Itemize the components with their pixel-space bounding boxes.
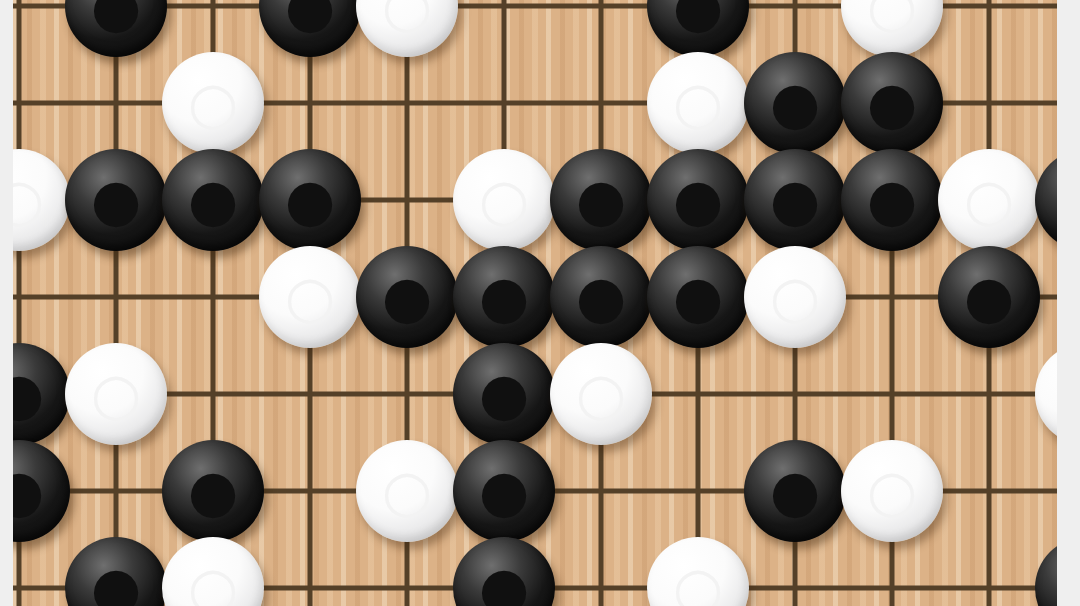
board-intersection[interactable]: ● <box>747 443 844 540</box>
board-intersection[interactable]: ● <box>553 152 650 249</box>
board-intersection[interactable]: ○ <box>844 0 941 55</box>
board-intersection[interactable]: ● <box>262 0 359 55</box>
black-stone: ● <box>841 52 943 154</box>
white-stone: ○ <box>453 149 555 251</box>
board-intersection[interactable]: ● <box>68 152 165 249</box>
black-stone: ● <box>744 52 846 154</box>
board-intersection[interactable] <box>941 443 1038 540</box>
black-stone: ● <box>647 0 749 57</box>
board-intersection[interactable] <box>456 0 553 55</box>
board-intersection[interactable] <box>844 249 941 346</box>
black-stone: ● <box>356 246 458 348</box>
white-stone: ○ <box>259 246 361 348</box>
board-intersection[interactable]: ○ <box>650 55 747 152</box>
white-stone: ○ <box>744 246 846 348</box>
board-intersection[interactable] <box>262 55 359 152</box>
white-stone: ○ <box>647 537 749 606</box>
white-stone: ○ <box>162 537 264 606</box>
board-intersection[interactable] <box>553 0 650 55</box>
board-intersection[interactable] <box>68 55 165 152</box>
black-stone: ● <box>938 246 1040 348</box>
board-intersection[interactable] <box>650 443 747 540</box>
black-stone: ● <box>647 246 749 348</box>
go-app-screen: ●●○●○○○●●○●●●○●●●●○●○●●●●○●●○●○○●●○●●○●○… <box>0 0 1080 606</box>
white-stone: ○ <box>550 343 652 445</box>
board-intersection[interactable]: ● <box>68 540 165 606</box>
board-intersection[interactable]: ○ <box>941 152 1038 249</box>
board-intersection[interactable] <box>941 0 1038 55</box>
board-intersection[interactable]: ● <box>747 55 844 152</box>
black-stone: ● <box>259 149 361 251</box>
black-stone: ● <box>744 440 846 542</box>
board-intersection[interactable] <box>650 346 747 443</box>
black-stone: ● <box>550 149 652 251</box>
black-stone: ● <box>162 440 264 542</box>
black-stone: ● <box>744 149 846 251</box>
board-intersection[interactable] <box>844 540 941 606</box>
board-intersection[interactable] <box>262 443 359 540</box>
letterbox-left <box>0 0 13 606</box>
board-intersection[interactable]: ○ <box>359 0 456 55</box>
white-stone: ○ <box>841 0 943 57</box>
board-intersection[interactable]: ○ <box>359 443 456 540</box>
black-stone: ● <box>453 343 555 445</box>
black-stone: ● <box>453 246 555 348</box>
board-intersection[interactable] <box>941 55 1038 152</box>
black-stone: ● <box>453 537 555 606</box>
board-intersection[interactable]: ○ <box>456 152 553 249</box>
board-intersection[interactable] <box>262 540 359 606</box>
board-intersection[interactable]: ● <box>456 346 553 443</box>
board-intersection[interactable]: ● <box>68 0 165 55</box>
board-intersection[interactable]: ● <box>262 152 359 249</box>
board-intersection[interactable]: ○ <box>165 55 262 152</box>
board-intersection[interactable] <box>165 0 262 55</box>
board-intersection[interactable] <box>941 540 1038 606</box>
board-intersection[interactable]: ● <box>456 249 553 346</box>
white-stone: ○ <box>356 0 458 57</box>
black-stone: ● <box>162 149 264 251</box>
board-intersection[interactable]: ○ <box>747 249 844 346</box>
board-intersection[interactable]: ● <box>456 540 553 606</box>
board-intersection[interactable] <box>68 443 165 540</box>
white-stone: ○ <box>841 440 943 542</box>
board-intersection[interactable] <box>747 0 844 55</box>
black-stone: ● <box>550 246 652 348</box>
board-intersection[interactable] <box>165 249 262 346</box>
board-intersection[interactable]: ○ <box>650 540 747 606</box>
white-stone: ○ <box>65 343 167 445</box>
board-intersection[interactable]: ● <box>941 249 1038 346</box>
board-intersection[interactable]: ● <box>844 152 941 249</box>
board-intersection[interactable] <box>553 55 650 152</box>
black-stone: ● <box>65 0 167 57</box>
board-intersection[interactable] <box>165 346 262 443</box>
board-intersection[interactable]: ● <box>456 443 553 540</box>
board-intersection[interactable] <box>68 249 165 346</box>
board-intersection[interactable] <box>941 346 1038 443</box>
board-intersection[interactable] <box>456 55 553 152</box>
board-intersection[interactable] <box>359 152 456 249</box>
board-intersection[interactable] <box>844 346 941 443</box>
board-intersection[interactable] <box>747 346 844 443</box>
board-intersection[interactable] <box>359 346 456 443</box>
board-intersection[interactable]: ○ <box>165 540 262 606</box>
board-intersection[interactable] <box>359 55 456 152</box>
go-board-stone-grid: ●●○●○○○●●○●●●○●●●●○●○●●●●○●●○●○○●●○●●○●○… <box>0 0 1080 606</box>
board-intersection[interactable]: ○ <box>844 443 941 540</box>
board-intersection[interactable]: ● <box>650 249 747 346</box>
board-intersection[interactable] <box>359 540 456 606</box>
letterbox-right <box>1057 0 1080 606</box>
black-stone: ● <box>65 537 167 606</box>
board-intersection[interactable]: ○ <box>262 249 359 346</box>
board-intersection[interactable] <box>553 443 650 540</box>
black-stone: ● <box>647 149 749 251</box>
white-stone: ○ <box>162 52 264 154</box>
black-stone: ● <box>259 0 361 57</box>
board-intersection[interactable] <box>553 540 650 606</box>
board-intersection[interactable]: ● <box>359 249 456 346</box>
board-intersection[interactable] <box>747 540 844 606</box>
board-intersection[interactable]: ● <box>650 152 747 249</box>
black-stone: ● <box>65 149 167 251</box>
white-stone: ○ <box>647 52 749 154</box>
black-stone: ● <box>453 440 555 542</box>
board-intersection[interactable]: ● <box>747 152 844 249</box>
board-intersection[interactable]: ● <box>165 443 262 540</box>
board-intersection[interactable]: ○ <box>553 346 650 443</box>
white-stone: ○ <box>356 440 458 542</box>
board-intersection[interactable]: ● <box>553 249 650 346</box>
white-stone: ○ <box>938 149 1040 251</box>
board-intersection[interactable]: ● <box>650 0 747 55</box>
board-intersection[interactable] <box>262 346 359 443</box>
board-intersection[interactable]: ○ <box>68 346 165 443</box>
board-intersection[interactable]: ● <box>844 55 941 152</box>
board-intersection[interactable]: ● <box>165 152 262 249</box>
black-stone: ● <box>841 149 943 251</box>
